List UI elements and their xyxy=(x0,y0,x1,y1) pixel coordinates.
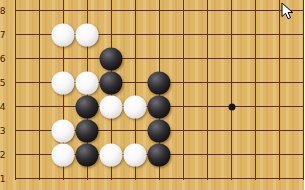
go-stone-white-E4[interactable] xyxy=(100,95,123,118)
grid-line-horizontal xyxy=(15,10,305,11)
row-label: 2 xyxy=(0,150,7,159)
row-label: 4 xyxy=(0,102,7,111)
go-board[interactable]: 87654321 xyxy=(0,0,304,190)
go-stone-white-C3[interactable] xyxy=(52,119,75,142)
go-stone-black-D3[interactable] xyxy=(76,119,99,142)
go-stone-white-F4[interactable] xyxy=(124,95,147,118)
row-label: 1 xyxy=(0,174,7,183)
go-stone-white-C7[interactable] xyxy=(52,23,75,46)
go-stone-black-D4[interactable] xyxy=(76,95,99,118)
grid-line-vertical xyxy=(303,0,304,180)
grid-line-vertical xyxy=(207,0,208,180)
go-app-screen: 87654321 xyxy=(0,0,304,190)
grid-line-vertical xyxy=(231,0,232,180)
go-stone-white-E2[interactable] xyxy=(100,143,123,166)
row-label: 5 xyxy=(0,78,7,87)
grid-line-vertical xyxy=(279,0,280,180)
go-stone-black-G3[interactable] xyxy=(148,119,171,142)
grid-line-vertical xyxy=(183,0,184,180)
go-stone-white-C2[interactable] xyxy=(52,143,75,166)
mouse-cursor-icon xyxy=(281,2,294,20)
row-label: 8 xyxy=(0,6,7,15)
go-stone-white-D7[interactable] xyxy=(76,23,99,46)
go-stone-white-C5[interactable] xyxy=(52,71,75,94)
go-stone-black-G4[interactable] xyxy=(148,95,171,118)
go-stone-black-E5[interactable] xyxy=(100,71,123,94)
row-label: 7 xyxy=(0,30,7,39)
grid-line-vertical xyxy=(15,0,16,180)
go-stone-black-E6[interactable] xyxy=(100,47,123,70)
go-stone-black-D2[interactable] xyxy=(76,143,99,166)
grid-line-horizontal xyxy=(15,178,305,179)
grid-line-vertical xyxy=(255,0,256,180)
star-point xyxy=(228,103,235,110)
go-stone-white-D5[interactable] xyxy=(76,71,99,94)
go-stone-black-G5[interactable] xyxy=(148,71,171,94)
row-label: 3 xyxy=(0,126,7,135)
go-stone-white-F2[interactable] xyxy=(124,143,147,166)
grid-line-horizontal xyxy=(15,58,305,59)
grid-line-vertical xyxy=(39,0,40,180)
go-stone-black-G2[interactable] xyxy=(148,143,171,166)
row-label: 6 xyxy=(0,54,7,63)
